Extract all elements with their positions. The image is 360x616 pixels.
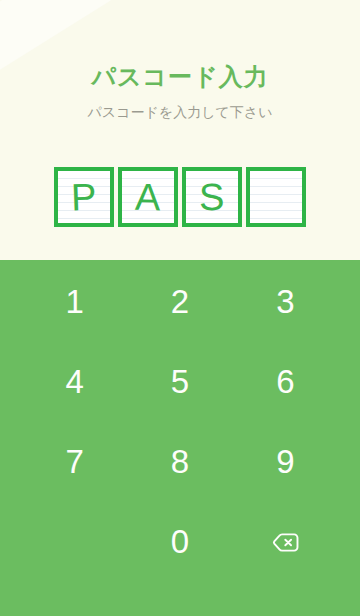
key-7[interactable]: 7: [22, 422, 127, 502]
key-9[interactable]: 9: [233, 422, 338, 502]
key-3[interactable]: 3: [233, 262, 338, 342]
key-blank: [22, 502, 127, 582]
page-subtitle: パスコードを入力して下さい: [0, 104, 360, 122]
key-0[interactable]: 0: [127, 502, 232, 582]
passcode-char: A: [135, 178, 161, 217]
passcode-slot-4: [246, 167, 306, 227]
passcode-slot-2: A: [118, 167, 178, 227]
passcode-char: P: [71, 178, 98, 217]
backspace-icon: [271, 531, 300, 554]
passcode-slot-3: S: [182, 167, 242, 227]
key-6[interactable]: 6: [233, 342, 338, 422]
key-4[interactable]: 4: [22, 342, 127, 422]
key-8[interactable]: 8: [127, 422, 232, 502]
key-5[interactable]: 5: [127, 342, 232, 422]
key-2[interactable]: 2: [127, 262, 232, 342]
page-title: パスコード入力: [0, 61, 360, 93]
passcode-char: S: [199, 178, 225, 216]
passcode-slot-row: P A S: [0, 167, 360, 227]
key-1[interactable]: 1: [22, 262, 127, 342]
key-backspace[interactable]: [233, 502, 338, 582]
numeric-keypad: 1 2 3 4 5 6 7 8 9 0: [0, 260, 360, 616]
passcode-slot-1: P: [54, 167, 114, 227]
